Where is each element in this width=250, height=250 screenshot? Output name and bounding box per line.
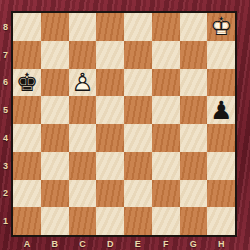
file-label-c: C bbox=[69, 237, 97, 250]
square-f8[interactable] bbox=[152, 13, 180, 41]
board-grid: ♚♔♚♟♙♟ bbox=[13, 13, 235, 235]
square-g3[interactable] bbox=[180, 152, 208, 180]
square-b4[interactable] bbox=[41, 124, 69, 152]
square-h4[interactable] bbox=[207, 124, 235, 152]
square-b6[interactable] bbox=[41, 69, 69, 97]
square-g7[interactable] bbox=[180, 41, 208, 69]
square-h6[interactable] bbox=[207, 69, 235, 97]
square-f5[interactable] bbox=[152, 96, 180, 124]
square-b3[interactable] bbox=[41, 152, 69, 180]
black-pawn[interactable]: ♟ bbox=[207, 96, 235, 124]
square-e3[interactable] bbox=[124, 152, 152, 180]
white-pawn-outline: ♙ bbox=[71, 70, 93, 95]
square-d5[interactable] bbox=[96, 96, 124, 124]
white-pawn-fill: ♟ bbox=[72, 71, 93, 94]
square-g1[interactable] bbox=[180, 207, 208, 235]
square-d4[interactable] bbox=[96, 124, 124, 152]
square-a2[interactable] bbox=[13, 180, 41, 208]
rank-label-8: 8 bbox=[0, 13, 11, 41]
square-g2[interactable] bbox=[180, 180, 208, 208]
black-king-glyph: ♚ bbox=[16, 70, 38, 95]
square-c2[interactable] bbox=[69, 180, 97, 208]
square-h7[interactable] bbox=[207, 41, 235, 69]
file-label-d: D bbox=[96, 237, 124, 250]
square-b5[interactable] bbox=[41, 96, 69, 124]
square-h2[interactable] bbox=[207, 180, 235, 208]
square-d1[interactable] bbox=[96, 207, 124, 235]
square-c3[interactable] bbox=[69, 152, 97, 180]
white-pawn[interactable]: ♟♙ bbox=[69, 69, 97, 97]
file-label-h: H bbox=[207, 237, 235, 250]
rank-label-5: 5 bbox=[0, 96, 11, 124]
rank-label-2: 2 bbox=[0, 180, 11, 208]
square-b1[interactable] bbox=[41, 207, 69, 235]
file-label-f: F bbox=[152, 237, 180, 250]
square-f4[interactable] bbox=[152, 124, 180, 152]
square-a4[interactable] bbox=[13, 124, 41, 152]
square-c8[interactable] bbox=[69, 13, 97, 41]
white-king-fill: ♚ bbox=[211, 15, 232, 38]
square-h3[interactable] bbox=[207, 152, 235, 180]
square-e7[interactable] bbox=[124, 41, 152, 69]
square-e4[interactable] bbox=[124, 124, 152, 152]
square-h8[interactable]: ♚♔ bbox=[207, 13, 235, 41]
square-b2[interactable] bbox=[41, 180, 69, 208]
rank-label-7: 7 bbox=[0, 41, 11, 69]
square-g4[interactable] bbox=[180, 124, 208, 152]
black-pawn-glyph: ♟ bbox=[210, 98, 232, 123]
square-f7[interactable] bbox=[152, 41, 180, 69]
file-label-a: A bbox=[13, 237, 41, 250]
board-frame: 87654321 ♚♔♚♟♙♟ ABCDEFGH bbox=[0, 0, 250, 250]
file-label-g: G bbox=[180, 237, 208, 250]
square-d3[interactable] bbox=[96, 152, 124, 180]
white-king-outline: ♔ bbox=[210, 14, 232, 39]
square-c7[interactable] bbox=[69, 41, 97, 69]
square-c4[interactable] bbox=[69, 124, 97, 152]
square-d8[interactable] bbox=[96, 13, 124, 41]
square-g8[interactable] bbox=[180, 13, 208, 41]
square-g5[interactable] bbox=[180, 96, 208, 124]
square-a6[interactable]: ♚ bbox=[13, 69, 41, 97]
square-c1[interactable] bbox=[69, 207, 97, 235]
square-d7[interactable] bbox=[96, 41, 124, 69]
square-c5[interactable] bbox=[69, 96, 97, 124]
square-f2[interactable] bbox=[152, 180, 180, 208]
square-e6[interactable] bbox=[124, 69, 152, 97]
file-labels: ABCDEFGH bbox=[13, 237, 235, 250]
rank-labels: 87654321 bbox=[0, 13, 11, 235]
square-g6[interactable] bbox=[180, 69, 208, 97]
square-d2[interactable] bbox=[96, 180, 124, 208]
square-a3[interactable] bbox=[13, 152, 41, 180]
square-e1[interactable] bbox=[124, 207, 152, 235]
square-h5[interactable]: ♟ bbox=[207, 96, 235, 124]
square-e5[interactable] bbox=[124, 96, 152, 124]
square-a5[interactable] bbox=[13, 96, 41, 124]
square-e8[interactable] bbox=[124, 13, 152, 41]
rank-label-1: 1 bbox=[0, 207, 11, 235]
chess-board: ♚♔♚♟♙♟ bbox=[11, 11, 237, 237]
square-b7[interactable] bbox=[41, 41, 69, 69]
square-a7[interactable] bbox=[13, 41, 41, 69]
square-a1[interactable] bbox=[13, 207, 41, 235]
rank-label-6: 6 bbox=[0, 69, 11, 97]
rank-label-4: 4 bbox=[0, 124, 11, 152]
square-f3[interactable] bbox=[152, 152, 180, 180]
square-f6[interactable] bbox=[152, 69, 180, 97]
rank-label-3: 3 bbox=[0, 152, 11, 180]
square-d6[interactable] bbox=[96, 69, 124, 97]
square-f1[interactable] bbox=[152, 207, 180, 235]
file-label-e: E bbox=[124, 237, 152, 250]
file-label-b: B bbox=[41, 237, 69, 250]
square-h1[interactable] bbox=[207, 207, 235, 235]
white-king[interactable]: ♚♔ bbox=[207, 13, 235, 41]
square-b8[interactable] bbox=[41, 13, 69, 41]
square-c6[interactable]: ♟♙ bbox=[69, 69, 97, 97]
square-e2[interactable] bbox=[124, 180, 152, 208]
black-king[interactable]: ♚ bbox=[13, 69, 41, 97]
square-a8[interactable] bbox=[13, 13, 41, 41]
